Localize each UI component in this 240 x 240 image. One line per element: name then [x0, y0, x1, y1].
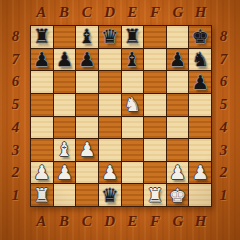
square-c6[interactable]: [76, 71, 98, 93]
square-f3[interactable]: [144, 139, 166, 161]
file-label-top-f: F: [144, 2, 167, 23]
rank-label-right-3: 3: [211, 139, 236, 162]
piece-white-pawn[interactable]: ♟: [79, 140, 96, 159]
rank-label-right-6: 6: [211, 71, 236, 94]
square-b5[interactable]: [54, 94, 76, 116]
square-b7[interactable]: ♟: [54, 49, 76, 71]
rank-label-right-8: 8: [211, 25, 236, 48]
piece-black-queen[interactable]: ♛: [101, 186, 118, 205]
square-h3[interactable]: [189, 139, 211, 161]
square-e2[interactable]: [122, 162, 144, 184]
square-h4[interactable]: [189, 117, 211, 139]
file-label-bottom-g: G: [167, 209, 190, 233]
square-f8[interactable]: [144, 26, 166, 48]
square-d8[interactable]: ♛: [99, 26, 121, 48]
rank-labels-left: 87654321: [3, 25, 28, 207]
rank-label-left-5: 5: [3, 93, 28, 116]
file-label-bottom-d: D: [98, 209, 121, 233]
square-b4[interactable]: [54, 117, 76, 139]
file-label-bottom-a: A: [30, 209, 53, 233]
square-e7[interactable]: ♝: [122, 49, 144, 71]
file-label-bottom-b: B: [53, 209, 76, 233]
square-g5[interactable]: [167, 94, 189, 116]
file-label-bottom-c: C: [76, 209, 99, 233]
square-d6[interactable]: [99, 71, 121, 93]
square-g3[interactable]: [167, 139, 189, 161]
square-g4[interactable]: [167, 117, 189, 139]
square-g1[interactable]: ♚: [167, 184, 189, 206]
square-c1[interactable]: [76, 184, 98, 206]
square-g7[interactable]: ♟: [167, 49, 189, 71]
rank-label-right-2: 2: [211, 162, 236, 185]
piece-white-king[interactable]: ♚: [169, 186, 186, 205]
chess-app: ABCDEFGH ABCDEFGH 87654321 87654321 ♜♝♛♜…: [0, 0, 240, 240]
file-label-top-c: C: [76, 2, 99, 23]
square-c5[interactable]: [76, 94, 98, 116]
file-label-bottom-h: H: [189, 209, 212, 233]
file-label-bottom-e: E: [121, 209, 144, 233]
square-f5[interactable]: [144, 94, 166, 116]
square-b2[interactable]: ♟: [54, 162, 76, 184]
square-c7[interactable]: ♟: [76, 49, 98, 71]
square-h6[interactable]: ♟: [189, 71, 211, 93]
rank-label-left-6: 6: [3, 71, 28, 94]
file-labels-bottom: ABCDEFGH: [30, 209, 212, 233]
rank-labels-right: 87654321: [211, 25, 236, 207]
piece-black-rook[interactable]: ♜: [124, 27, 141, 46]
piece-white-bishop[interactable]: ♝: [56, 140, 73, 159]
piece-white-pawn[interactable]: ♟: [192, 163, 209, 182]
square-h8[interactable]: ♚: [189, 26, 211, 48]
square-g8[interactable]: [167, 26, 189, 48]
square-a3[interactable]: [31, 139, 53, 161]
square-c2[interactable]: [76, 162, 98, 184]
square-b6[interactable]: [54, 71, 76, 93]
piece-black-king[interactable]: ♚: [192, 27, 209, 46]
rank-label-left-4: 4: [3, 116, 28, 139]
rank-label-left-2: 2: [3, 162, 28, 185]
square-h1[interactable]: [189, 184, 211, 206]
rank-label-right-7: 7: [211, 48, 236, 71]
chess-board: ♜♝♛♜♚♟♟♟♝♟♞♟♞♝♟♟♟♟♟♟♜♛♜♚: [30, 25, 212, 207]
square-e1[interactable]: [122, 184, 144, 206]
file-label-top-a: A: [30, 2, 53, 23]
rank-label-right-1: 1: [211, 184, 236, 207]
square-a2[interactable]: ♟: [31, 162, 53, 184]
square-h5[interactable]: [189, 94, 211, 116]
square-a5[interactable]: [31, 94, 53, 116]
square-d2[interactable]: ♟: [99, 162, 121, 184]
piece-black-bishop[interactable]: ♝: [124, 50, 141, 69]
rank-label-right-5: 5: [211, 93, 236, 116]
piece-black-bishop[interactable]: ♝: [79, 27, 96, 46]
file-label-top-h: H: [189, 2, 212, 23]
rank-label-right-4: 4: [211, 116, 236, 139]
piece-white-pawn[interactable]: ♟: [169, 163, 186, 182]
square-e3[interactable]: [122, 139, 144, 161]
piece-white-pawn[interactable]: ♟: [33, 163, 50, 182]
square-d5[interactable]: [99, 94, 121, 116]
square-f2[interactable]: [144, 162, 166, 184]
square-d1[interactable]: ♛: [99, 184, 121, 206]
piece-black-pawn[interactable]: ♟: [79, 50, 96, 69]
piece-white-rook[interactable]: ♜: [33, 186, 50, 205]
square-e5[interactable]: ♞: [122, 94, 144, 116]
piece-black-pawn[interactable]: ♟: [33, 50, 50, 69]
square-g6[interactable]: [167, 71, 189, 93]
square-f1[interactable]: ♜: [144, 184, 166, 206]
file-label-top-e: E: [121, 2, 144, 23]
square-a7[interactable]: ♟: [31, 49, 53, 71]
rank-label-left-1: 1: [3, 184, 28, 207]
square-c8[interactable]: ♝: [76, 26, 98, 48]
square-d3[interactable]: [99, 139, 121, 161]
square-c3[interactable]: ♟: [76, 139, 98, 161]
square-e6[interactable]: [122, 71, 144, 93]
file-label-bottom-f: F: [144, 209, 167, 233]
square-b3[interactable]: ♝: [54, 139, 76, 161]
square-f6[interactable]: [144, 71, 166, 93]
square-f7[interactable]: [144, 49, 166, 71]
rank-label-left-8: 8: [3, 25, 28, 48]
piece-white-pawn[interactable]: ♟: [101, 163, 118, 182]
square-e8[interactable]: ♜: [122, 26, 144, 48]
square-a4[interactable]: [31, 117, 53, 139]
square-a6[interactable]: [31, 71, 53, 93]
square-h2[interactable]: ♟: [189, 162, 211, 184]
square-c4[interactable]: [76, 117, 98, 139]
file-labels-top: ABCDEFGH: [30, 2, 212, 23]
piece-white-pawn[interactable]: ♟: [56, 163, 73, 182]
file-label-top-g: G: [167, 2, 190, 23]
square-a8[interactable]: ♜: [31, 26, 53, 48]
square-g2[interactable]: ♟: [167, 162, 189, 184]
square-h7[interactable]: ♞: [189, 49, 211, 71]
piece-black-rook[interactable]: ♜: [33, 27, 50, 46]
piece-black-queen[interactable]: ♛: [101, 27, 118, 46]
rank-label-left-3: 3: [3, 139, 28, 162]
file-label-top-b: B: [53, 2, 76, 23]
piece-black-knight[interactable]: ♞: [192, 50, 209, 69]
square-b8[interactable]: [54, 26, 76, 48]
piece-black-pawn[interactable]: ♟: [192, 73, 209, 92]
piece-white-knight[interactable]: ♞: [124, 95, 141, 114]
rank-label-left-7: 7: [3, 48, 28, 71]
piece-white-rook[interactable]: ♜: [146, 186, 163, 205]
file-label-top-d: D: [98, 2, 121, 23]
square-d4[interactable]: [99, 117, 121, 139]
square-f4[interactable]: [144, 117, 166, 139]
piece-black-pawn[interactable]: ♟: [169, 50, 186, 69]
square-e4[interactable]: [122, 117, 144, 139]
square-d7[interactable]: [99, 49, 121, 71]
piece-black-pawn[interactable]: ♟: [56, 50, 73, 69]
square-b1[interactable]: [54, 184, 76, 206]
square-a1[interactable]: ♜: [31, 184, 53, 206]
